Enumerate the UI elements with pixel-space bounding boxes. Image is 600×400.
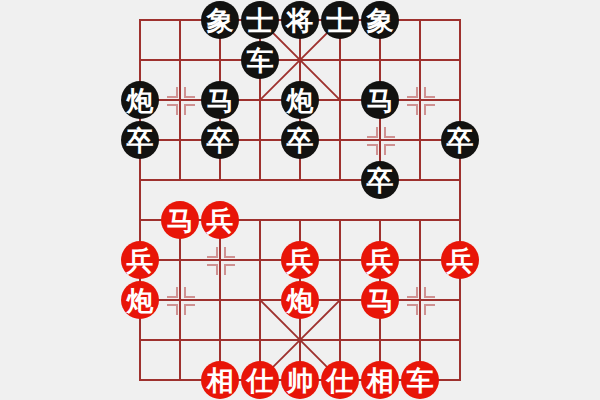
piece-red-chariot[interactable]: 车 (401, 361, 439, 399)
piece-red-horse[interactable]: 马 (161, 201, 199, 239)
point-marker (200, 240, 240, 280)
piece-black-chariot[interactable]: 车 (241, 41, 279, 79)
point-marker (400, 80, 440, 120)
piece-black-elephant[interactable]: 象 (201, 1, 239, 39)
point-marker (160, 280, 200, 320)
piece-black-horse[interactable]: 马 (361, 81, 399, 119)
board-intersection-grid: 象士将士象车炮马炮马卒卒卒卒卒马兵兵兵兵兵炮炮马相仕帅仕相车 (120, 0, 480, 400)
point-marker (360, 120, 400, 160)
piece-red-elephant[interactable]: 相 (361, 361, 399, 399)
piece-red-cannon[interactable]: 炮 (281, 281, 319, 319)
piece-red-advisor[interactable]: 仕 (321, 361, 359, 399)
piece-red-horse[interactable]: 马 (361, 281, 399, 319)
piece-red-cannon[interactable]: 炮 (121, 281, 159, 319)
piece-black-horse[interactable]: 马 (201, 81, 239, 119)
piece-black-soldier[interactable]: 卒 (281, 121, 319, 159)
piece-black-king[interactable]: 将 (281, 1, 319, 39)
piece-black-soldier[interactable]: 卒 (201, 121, 239, 159)
point-marker (160, 80, 200, 120)
piece-red-soldier[interactable]: 兵 (281, 241, 319, 279)
piece-black-soldier[interactable]: 卒 (441, 121, 479, 159)
piece-red-elephant[interactable]: 相 (201, 361, 239, 399)
point-marker (400, 280, 440, 320)
xiangqi-board: 象士将士象车炮马炮马卒卒卒卒卒马兵兵兵兵兵炮炮马相仕帅仕相车 (0, 0, 600, 400)
piece-red-soldier[interactable]: 兵 (201, 201, 239, 239)
piece-red-advisor[interactable]: 仕 (241, 361, 279, 399)
piece-black-elephant[interactable]: 象 (361, 1, 399, 39)
piece-red-soldier[interactable]: 兵 (121, 241, 159, 279)
piece-red-soldier[interactable]: 兵 (361, 241, 399, 279)
piece-black-soldier[interactable]: 卒 (361, 161, 399, 199)
piece-black-cannon[interactable]: 炮 (281, 81, 319, 119)
piece-red-king[interactable]: 帅 (281, 361, 319, 399)
piece-black-soldier[interactable]: 卒 (121, 121, 159, 159)
piece-black-advisor[interactable]: 士 (241, 1, 279, 39)
piece-black-cannon[interactable]: 炮 (121, 81, 159, 119)
piece-black-advisor[interactable]: 士 (321, 1, 359, 39)
piece-red-soldier[interactable]: 兵 (441, 241, 479, 279)
